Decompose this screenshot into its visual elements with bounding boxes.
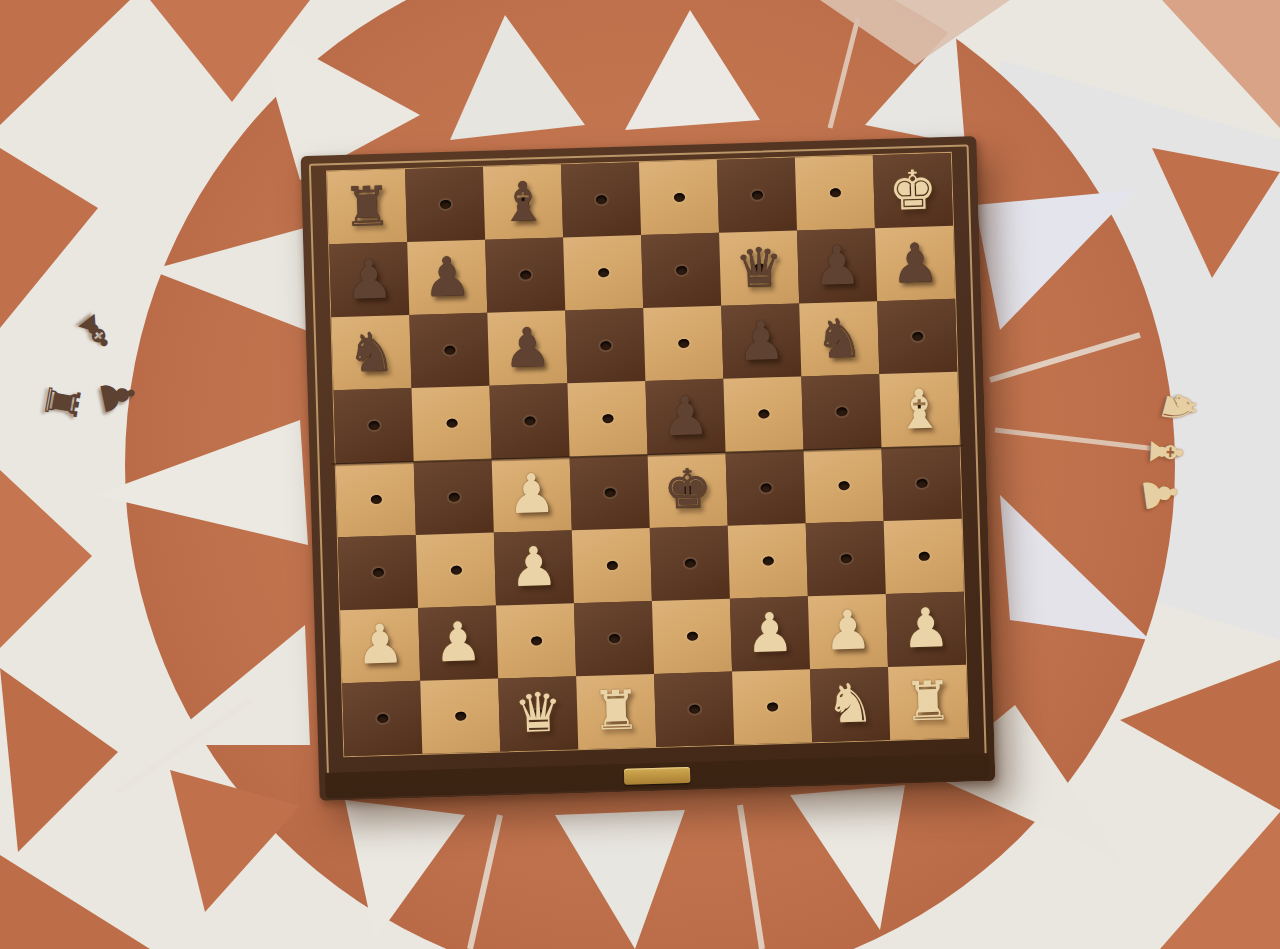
peg-hole [836, 408, 847, 417]
black-bishop[interactable]: ♝ [498, 174, 548, 229]
white-rook[interactable]: ♜ [903, 675, 953, 730]
white-pawn[interactable]: ♟ [509, 540, 559, 595]
square-d3[interactable] [572, 528, 652, 603]
peg-hole [840, 554, 851, 563]
square-c2[interactable] [496, 603, 576, 678]
square-f8[interactable] [717, 158, 797, 233]
square-d5[interactable] [567, 381, 647, 456]
peg-hole [444, 346, 455, 355]
square-b5[interactable] [412, 386, 492, 461]
square-f6[interactable]: ♟ [721, 304, 801, 379]
peg-hole [439, 200, 450, 209]
peg-hole [450, 565, 461, 574]
square-f1[interactable] [732, 669, 812, 744]
peg-hole [758, 410, 769, 419]
square-d8[interactable] [561, 162, 641, 237]
square-g8[interactable] [795, 155, 875, 230]
square-f7[interactable]: ♛ [719, 231, 799, 306]
peg-hole [751, 191, 762, 200]
square-a7[interactable]: ♟ [329, 242, 409, 317]
square-a3[interactable] [338, 535, 418, 610]
square-d4[interactable] [570, 455, 650, 530]
peg-hole [370, 494, 381, 503]
peg-hole [446, 419, 457, 428]
peg-hole [766, 702, 777, 711]
white-knight-captured: ♞ [1153, 383, 1206, 432]
peg-hole [602, 414, 613, 423]
black-pawn-captured: ♟ [92, 372, 143, 420]
square-d2[interactable] [574, 601, 654, 676]
peg-hole [689, 705, 700, 714]
white-pawn[interactable]: ♟ [823, 604, 873, 659]
peg-hole [530, 636, 541, 645]
brass-latch [624, 767, 690, 785]
square-d6[interactable] [565, 308, 645, 383]
square-a5[interactable] [334, 388, 414, 463]
black-rook[interactable]: ♜ [342, 179, 392, 234]
square-e1[interactable] [654, 671, 734, 746]
square-c1[interactable]: ♛ [498, 676, 578, 751]
black-queen[interactable]: ♛ [734, 241, 784, 296]
peg-hole [606, 561, 617, 570]
square-e7[interactable] [641, 233, 721, 308]
square-c5[interactable] [489, 384, 569, 459]
captured-black-pieces: ♜♝♟ [40, 318, 170, 468]
peg-hole [686, 631, 697, 640]
square-b8[interactable] [405, 167, 485, 242]
white-pawn[interactable]: ♟ [745, 606, 795, 661]
peg-hole [524, 417, 535, 426]
peg-hole [838, 481, 849, 490]
white-pawn[interactable]: ♟ [433, 615, 483, 670]
peg-hole [368, 421, 379, 430]
peg-hole [377, 714, 388, 723]
square-h8[interactable]: ♚ [873, 153, 953, 228]
square-b6[interactable] [409, 313, 489, 388]
photo-scene: ♜♝♟ ♞♝♟ ♜♝♚♟♟♛♟♟♞♟♟♞♟♝♟♚♟♟♟♟♟♟♛♜♞♜ [0, 0, 1280, 949]
square-g6[interactable]: ♞ [799, 301, 879, 376]
peg-hole [918, 551, 929, 560]
white-king[interactable]: ♚ [888, 163, 938, 218]
square-d1[interactable]: ♜ [576, 674, 656, 749]
square-b2[interactable]: ♟ [418, 605, 498, 680]
white-pawn[interactable]: ♟ [507, 467, 557, 522]
square-e5[interactable]: ♟ [645, 379, 725, 454]
square-g5[interactable] [801, 374, 881, 449]
square-h1[interactable]: ♜ [888, 665, 968, 740]
square-a8[interactable]: ♜ [327, 169, 407, 244]
peg-hole [595, 195, 606, 204]
white-bishop[interactable]: ♝ [894, 382, 944, 437]
square-h2[interactable]: ♟ [886, 591, 966, 666]
black-pawn[interactable]: ♟ [502, 321, 552, 376]
square-h3[interactable] [884, 518, 964, 593]
square-f4[interactable] [726, 450, 806, 525]
peg-hole [676, 266, 687, 275]
peg-hole [829, 188, 840, 197]
square-e6[interactable] [643, 306, 723, 381]
square-h7[interactable]: ♟ [875, 226, 955, 301]
black-pawn[interactable]: ♟ [660, 389, 710, 444]
square-c3[interactable]: ♟ [494, 530, 574, 605]
peg-hole [455, 711, 466, 720]
square-h4[interactable] [881, 445, 961, 520]
peg-hole [604, 488, 615, 497]
square-c7[interactable] [485, 238, 565, 313]
white-rook[interactable]: ♜ [591, 684, 641, 739]
square-d7[interactable] [563, 235, 643, 310]
peg-hole [678, 339, 689, 348]
black-pawn[interactable]: ♟ [890, 236, 940, 291]
square-g7[interactable]: ♟ [797, 228, 877, 303]
peg-hole [372, 568, 383, 577]
peg-hole [520, 271, 531, 280]
square-c4[interactable]: ♟ [492, 457, 572, 532]
black-pawn[interactable]: ♟ [812, 238, 862, 293]
white-pawn-captured: ♟ [1135, 471, 1184, 516]
peg-hole [600, 341, 611, 350]
square-a1[interactable] [342, 681, 422, 756]
chess-box: ♜♝♚♟♟♛♟♟♞♟♟♞♟♝♟♚♟♟♟♟♟♟♛♜♞♜ [301, 136, 996, 801]
peg-hole [608, 634, 619, 643]
square-e8[interactable] [639, 160, 719, 235]
square-f2[interactable]: ♟ [730, 596, 810, 671]
peg-hole [684, 558, 695, 567]
black-pawn[interactable]: ♟ [422, 250, 472, 305]
square-c8[interactable]: ♝ [483, 164, 563, 239]
square-b7[interactable]: ♟ [407, 240, 487, 315]
peg-hole [760, 483, 771, 492]
square-e4[interactable]: ♚ [648, 452, 728, 527]
black-knight[interactable]: ♞ [346, 325, 396, 380]
peg-hole [912, 332, 923, 341]
square-g4[interactable] [804, 448, 884, 523]
white-pawn[interactable]: ♟ [901, 601, 951, 656]
square-b4[interactable] [414, 459, 494, 534]
square-a4[interactable] [336, 461, 416, 536]
black-king[interactable]: ♚ [663, 462, 713, 517]
black-rook-captured: ♜ [37, 379, 87, 425]
square-c6[interactable]: ♟ [487, 311, 567, 386]
black-pawn[interactable]: ♟ [736, 314, 786, 369]
square-f5[interactable] [723, 377, 803, 452]
square-e3[interactable] [650, 525, 730, 600]
square-a2[interactable]: ♟ [340, 608, 420, 683]
square-g1[interactable]: ♞ [810, 667, 890, 742]
square-g3[interactable] [806, 521, 886, 596]
peg-hole [762, 556, 773, 565]
peg-hole [673, 193, 684, 202]
square-b3[interactable] [416, 532, 496, 607]
square-h6[interactable] [877, 299, 957, 374]
square-a6[interactable]: ♞ [331, 315, 411, 390]
peg-hole [598, 268, 609, 277]
peg-hole [448, 492, 459, 501]
captured-white-pieces: ♞♝♟ [1128, 388, 1258, 528]
square-g2[interactable]: ♟ [808, 594, 888, 669]
white-bishop-captured: ♝ [1143, 431, 1189, 473]
square-e2[interactable] [652, 598, 732, 673]
square-f3[interactable] [728, 523, 808, 598]
white-knight[interactable]: ♞ [825, 677, 875, 732]
white-queen[interactable]: ♛ [513, 686, 563, 741]
black-pawn[interactable]: ♟ [344, 252, 394, 307]
peg-hole [916, 478, 927, 487]
square-h5[interactable]: ♝ [879, 372, 959, 447]
white-pawn[interactable]: ♟ [355, 618, 405, 673]
square-b1[interactable] [420, 678, 500, 753]
black-knight[interactable]: ♞ [814, 311, 864, 366]
